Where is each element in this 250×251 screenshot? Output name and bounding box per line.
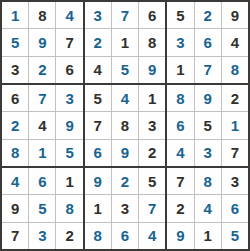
cell-r8c1[interactable]: 9 bbox=[2, 195, 28, 221]
cell-r6c2[interactable]: 1 bbox=[29, 140, 55, 166]
cell-r6c1[interactable]: 8 bbox=[2, 140, 28, 166]
cell-r6c3[interactable]: 5 bbox=[56, 140, 82, 166]
cell-r1c7[interactable]: 5 bbox=[167, 2, 193, 28]
cell-r8c7[interactable]: 2 bbox=[167, 195, 193, 221]
cell-r5c9[interactable]: 1 bbox=[222, 112, 248, 138]
cell-r4c1[interactable]: 6 bbox=[2, 85, 28, 111]
cell-r2c6[interactable]: 8 bbox=[139, 29, 165, 55]
cell-r8c5[interactable]: 3 bbox=[112, 195, 138, 221]
cell-r1c4[interactable]: 3 bbox=[85, 2, 111, 28]
sudoku-box-4: 673249815 bbox=[2, 85, 83, 166]
cell-r7c1[interactable]: 4 bbox=[2, 168, 28, 194]
sudoku-box-1: 184597326 bbox=[2, 2, 83, 83]
sudoku-box-9: 783246915 bbox=[167, 168, 248, 249]
sudoku-box-6: 892651437 bbox=[167, 85, 248, 166]
cell-r5c3[interactable]: 9 bbox=[56, 112, 82, 138]
cell-r9c6[interactable]: 4 bbox=[139, 223, 165, 249]
sudoku-box-3: 529364178 bbox=[167, 2, 248, 83]
sudoku-box-2: 376218459 bbox=[85, 2, 166, 83]
cell-r7c6[interactable]: 5 bbox=[139, 168, 165, 194]
cell-r3c2[interactable]: 2 bbox=[29, 57, 55, 83]
cell-r1c6[interactable]: 6 bbox=[139, 2, 165, 28]
cell-r7c3[interactable]: 1 bbox=[56, 168, 82, 194]
cell-r2c2[interactable]: 9 bbox=[29, 29, 55, 55]
cell-r9c5[interactable]: 6 bbox=[112, 223, 138, 249]
cell-r4c7[interactable]: 8 bbox=[167, 85, 193, 111]
cell-r2c8[interactable]: 6 bbox=[195, 29, 221, 55]
cell-r9c8[interactable]: 1 bbox=[195, 223, 221, 249]
cell-r3c5[interactable]: 5 bbox=[112, 57, 138, 83]
cell-r5c6[interactable]: 3 bbox=[139, 112, 165, 138]
cell-r5c2[interactable]: 4 bbox=[29, 112, 55, 138]
sudoku-box-7: 461958732 bbox=[2, 168, 83, 249]
cell-r3c8[interactable]: 7 bbox=[195, 57, 221, 83]
cell-r7c7[interactable]: 7 bbox=[167, 168, 193, 194]
sudoku-box-5: 541783692 bbox=[85, 85, 166, 166]
cell-r7c2[interactable]: 6 bbox=[29, 168, 55, 194]
cell-r2c3[interactable]: 7 bbox=[56, 29, 82, 55]
cell-r4c2[interactable]: 7 bbox=[29, 85, 55, 111]
cell-r8c8[interactable]: 4 bbox=[195, 195, 221, 221]
cell-r6c7[interactable]: 4 bbox=[167, 140, 193, 166]
cell-r3c6[interactable]: 9 bbox=[139, 57, 165, 83]
cell-r5c8[interactable]: 5 bbox=[195, 112, 221, 138]
cell-r3c1[interactable]: 3 bbox=[2, 57, 28, 83]
cell-r2c7[interactable]: 3 bbox=[167, 29, 193, 55]
cell-r1c3[interactable]: 4 bbox=[56, 2, 82, 28]
cell-r2c9[interactable]: 4 bbox=[222, 29, 248, 55]
cell-r7c4[interactable]: 9 bbox=[85, 168, 111, 194]
cell-r7c5[interactable]: 2 bbox=[112, 168, 138, 194]
cell-r8c4[interactable]: 1 bbox=[85, 195, 111, 221]
cell-r5c4[interactable]: 7 bbox=[85, 112, 111, 138]
cell-r1c8[interactable]: 2 bbox=[195, 2, 221, 28]
sudoku-board: 184597326 376218459 529364178 673249815 … bbox=[0, 0, 250, 251]
cell-r2c1[interactable]: 5 bbox=[2, 29, 28, 55]
cell-r4c9[interactable]: 2 bbox=[222, 85, 248, 111]
cell-r8c2[interactable]: 5 bbox=[29, 195, 55, 221]
cell-r3c3[interactable]: 6 bbox=[56, 57, 82, 83]
cell-r2c4[interactable]: 2 bbox=[85, 29, 111, 55]
cell-r6c5[interactable]: 9 bbox=[112, 140, 138, 166]
cell-r3c7[interactable]: 1 bbox=[167, 57, 193, 83]
cell-r4c3[interactable]: 3 bbox=[56, 85, 82, 111]
cell-r1c1[interactable]: 1 bbox=[2, 2, 28, 28]
cell-r6c6[interactable]: 2 bbox=[139, 140, 165, 166]
cell-r8c9[interactable]: 6 bbox=[222, 195, 248, 221]
cell-r5c7[interactable]: 6 bbox=[167, 112, 193, 138]
cell-r1c5[interactable]: 7 bbox=[112, 2, 138, 28]
cell-r6c8[interactable]: 3 bbox=[195, 140, 221, 166]
cell-r9c3[interactable]: 2 bbox=[56, 223, 82, 249]
cell-r5c1[interactable]: 2 bbox=[2, 112, 28, 138]
cell-r9c1[interactable]: 7 bbox=[2, 223, 28, 249]
cell-r9c4[interactable]: 8 bbox=[85, 223, 111, 249]
cell-r4c6[interactable]: 1 bbox=[139, 85, 165, 111]
sudoku-box-8: 925137864 bbox=[85, 168, 166, 249]
cell-r5c5[interactable]: 8 bbox=[112, 112, 138, 138]
cell-r3c4[interactable]: 4 bbox=[85, 57, 111, 83]
cell-r9c2[interactable]: 3 bbox=[29, 223, 55, 249]
cell-r7c9[interactable]: 3 bbox=[222, 168, 248, 194]
cell-r2c5[interactable]: 1 bbox=[112, 29, 138, 55]
cell-r6c4[interactable]: 6 bbox=[85, 140, 111, 166]
cell-r4c5[interactable]: 4 bbox=[112, 85, 138, 111]
cell-r4c4[interactable]: 5 bbox=[85, 85, 111, 111]
cell-r9c9[interactable]: 5 bbox=[222, 223, 248, 249]
cell-r3c9[interactable]: 8 bbox=[222, 57, 248, 83]
cell-r6c9[interactable]: 7 bbox=[222, 140, 248, 166]
cell-r8c6[interactable]: 7 bbox=[139, 195, 165, 221]
cell-r8c3[interactable]: 8 bbox=[56, 195, 82, 221]
cell-r1c2[interactable]: 8 bbox=[29, 2, 55, 28]
cell-r1c9[interactable]: 9 bbox=[222, 2, 248, 28]
cell-r4c8[interactable]: 9 bbox=[195, 85, 221, 111]
cell-r7c8[interactable]: 8 bbox=[195, 168, 221, 194]
cell-r9c7[interactable]: 9 bbox=[167, 223, 193, 249]
